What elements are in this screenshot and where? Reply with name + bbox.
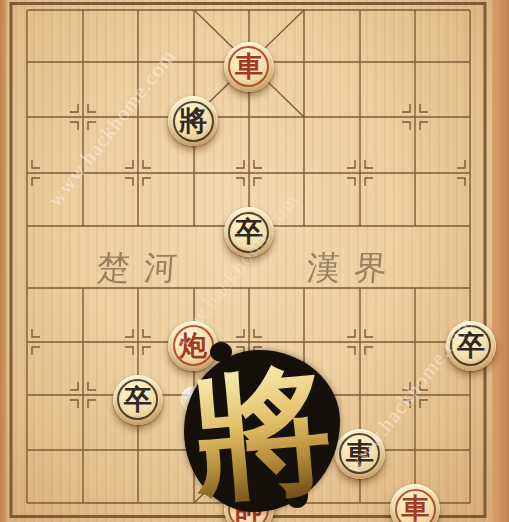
logo-general-glyph: 將	[187, 359, 337, 509]
intersection[interactable]	[388, 200, 444, 258]
intersection[interactable]	[443, 477, 499, 522]
intersection[interactable]	[0, 90, 55, 146]
intersection[interactable]	[110, 0, 166, 36]
intersection[interactable]	[388, 36, 444, 90]
piece-ring	[117, 379, 158, 420]
intersection[interactable]	[0, 0, 55, 36]
intersection[interactable]	[221, 0, 277, 36]
intersection[interactable]	[277, 36, 333, 90]
piece-ring	[228, 46, 269, 87]
intersection[interactable]	[166, 200, 222, 258]
intersection[interactable]	[332, 257, 388, 315]
intersection[interactable]	[221, 90, 277, 146]
intersection[interactable]	[0, 257, 55, 315]
intersection[interactable]	[388, 257, 444, 315]
black-general[interactable]: 將	[168, 96, 218, 146]
intersection[interactable]	[110, 477, 166, 522]
red-chariot[interactable]: 車	[224, 42, 274, 92]
intersection[interactable]	[166, 0, 222, 36]
intersection[interactable]	[55, 315, 111, 369]
intersection[interactable]	[443, 90, 499, 146]
intersection[interactable]	[388, 145, 444, 200]
intersection[interactable]	[166, 145, 222, 200]
intersection[interactable]	[0, 36, 55, 90]
intersection[interactable]	[55, 423, 111, 478]
intersection[interactable]	[0, 315, 55, 369]
intersection[interactable]	[110, 423, 166, 478]
intersection[interactable]	[332, 145, 388, 200]
intersection[interactable]	[332, 477, 388, 522]
intersection[interactable]	[332, 90, 388, 146]
intersection[interactable]	[0, 200, 55, 258]
black-soldier[interactable]: 卒	[113, 375, 163, 425]
intersection[interactable]	[55, 477, 111, 522]
piece-ring	[395, 489, 436, 522]
intersection[interactable]	[332, 36, 388, 90]
intersection[interactable]	[221, 145, 277, 200]
intersection[interactable]	[277, 257, 333, 315]
intersection[interactable]	[332, 315, 388, 369]
intersection[interactable]	[332, 200, 388, 258]
intersection[interactable]	[443, 423, 499, 478]
intersection[interactable]	[443, 369, 499, 423]
intersection[interactable]	[110, 200, 166, 258]
piece-ring	[173, 101, 214, 142]
intersection[interactable]	[388, 0, 444, 36]
intersection[interactable]	[443, 36, 499, 90]
intersection[interactable]	[443, 145, 499, 200]
intersection[interactable]	[443, 0, 499, 36]
intersection[interactable]	[277, 0, 333, 36]
intersection[interactable]	[55, 257, 111, 315]
intersection[interactable]	[388, 90, 444, 146]
intersection[interactable]	[55, 36, 111, 90]
intersection[interactable]	[110, 315, 166, 369]
intersection[interactable]	[443, 200, 499, 258]
intersection[interactable]	[277, 90, 333, 146]
intersection[interactable]	[0, 423, 55, 478]
intersection[interactable]	[443, 257, 499, 315]
intersection[interactable]	[332, 0, 388, 36]
xiangqi-screenshot: 楚河 漢界 車將卒炮卒卒車帥車 將 www.hackhome.comwww.ha…	[0, 0, 509, 522]
intersection[interactable]	[55, 369, 111, 423]
intersection[interactable]	[110, 257, 166, 315]
intersection[interactable]	[0, 477, 55, 522]
intersection[interactable]	[0, 369, 55, 423]
intersection[interactable]	[110, 145, 166, 200]
intersection[interactable]	[55, 0, 111, 36]
